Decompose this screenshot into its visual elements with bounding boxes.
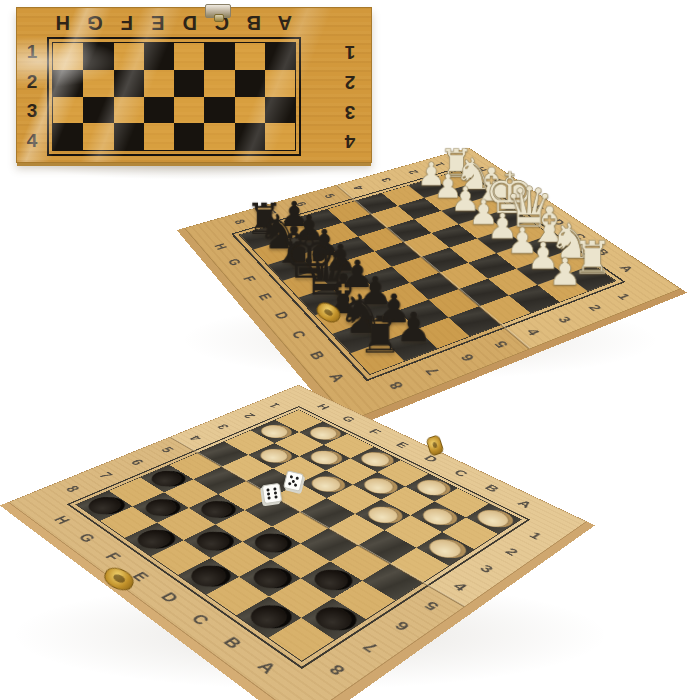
board-square: [83, 97, 113, 124]
die-pip: [273, 487, 276, 490]
coord-label-rank: 1: [17, 37, 47, 67]
product-photo-stage: HGFEDCBA 1234 1234 ABCDEFGH ABCDEFGH 876…: [0, 0, 700, 700]
die-pip: [292, 479, 296, 483]
coord-label-file: B: [238, 8, 270, 37]
coord-label-rank: 2: [567, 293, 622, 323]
board-square: [235, 43, 265, 70]
checkers-playing-area-border: [67, 406, 530, 669]
board-square: [144, 97, 174, 124]
board-square: [53, 123, 83, 150]
coord-label-file: G: [79, 8, 111, 37]
chess-piece-white-pawn: ♟: [548, 254, 582, 292]
board-square: [144, 43, 174, 70]
die-pip: [267, 488, 270, 491]
board-square: [53, 97, 83, 124]
coord-label-file: E: [142, 8, 174, 37]
die-pip: [268, 497, 271, 500]
board-square: [174, 70, 204, 97]
checker-black-disc: [139, 496, 183, 520]
die-pip: [294, 483, 298, 487]
coord-label-file: H: [47, 8, 79, 37]
coord-label-rank: 4: [17, 126, 47, 156]
die-pip: [289, 475, 293, 479]
coord-label-file: F: [111, 8, 143, 37]
board-square: [265, 123, 295, 150]
board-square: [204, 43, 234, 70]
board-square: [83, 123, 113, 150]
checker-black-disc: [249, 530, 294, 556]
die-pip: [296, 477, 300, 481]
die-pip: [273, 491, 276, 494]
folded-rank-numbers-left: 1234: [17, 37, 47, 156]
board-square: [174, 97, 204, 124]
board-square: [265, 97, 295, 124]
board-square: [53, 70, 83, 97]
coord-label-file: A: [269, 8, 301, 37]
board-square: [204, 70, 234, 97]
board-square: [174, 43, 204, 70]
board-square: [83, 43, 113, 70]
folded-file-letters: HGFEDCBA: [47, 8, 301, 37]
coord-label-file: B: [197, 621, 266, 666]
coord-label-rank: 3: [17, 97, 47, 127]
chess-piece-black-rook: ♜: [358, 310, 403, 361]
coord-label-rank: 4: [301, 126, 371, 156]
box-latch-icon: [205, 4, 231, 18]
coord-label-file: D: [174, 8, 206, 37]
folded-board-grid: [52, 42, 296, 151]
board-square: [174, 123, 204, 150]
board-square: [144, 70, 174, 97]
coord-label-rank: 3: [456, 551, 517, 587]
board-square: [53, 43, 83, 70]
board-square: [204, 97, 234, 124]
board-square: [144, 123, 174, 150]
checker-white-disc: [472, 507, 515, 531]
folded-rank-numbers-right: 1234: [301, 37, 371, 156]
folded-game-box: HGFEDCBA 1234 1234: [16, 7, 372, 163]
board-square: [235, 70, 265, 97]
square-a8: ♜: [351, 341, 405, 374]
open-checkers-board: ABCDEFGH ABCDEFGH 87654321 87654321: [8, 385, 587, 700]
board-square: [235, 97, 265, 124]
checker-white-disc: [417, 505, 460, 529]
board-square: [83, 70, 113, 97]
board-square: [114, 43, 144, 70]
board-square: [265, 43, 295, 70]
square-d5: [392, 257, 440, 283]
board-square: [235, 123, 265, 150]
open-chess-board: ABCDEFGH ABCDEFGH 87654321 87654321 ♜♞♝♛…: [184, 147, 681, 421]
die-pip: [288, 482, 292, 486]
square-d3: [449, 238, 496, 262]
board-square: [114, 70, 144, 97]
board-square: [114, 123, 144, 150]
board-square: [204, 123, 234, 150]
folded-playing-area-border: [47, 37, 301, 156]
coord-label-rank: 3: [301, 97, 371, 127]
white-die-1: [262, 483, 282, 504]
coord-label-rank: 1: [301, 37, 371, 67]
die-pip: [267, 492, 270, 495]
board-square: [114, 97, 144, 124]
coord-label-rank: 2: [301, 67, 371, 97]
coord-label-rank: 2: [17, 67, 47, 97]
board-square: [265, 70, 295, 97]
die-pip: [274, 496, 277, 499]
